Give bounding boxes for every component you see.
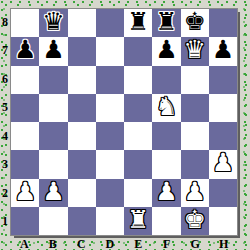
black-pawn: ♟ [155,37,177,64]
square-b2[interactable]: ♟ [39,179,67,207]
rank-label-1: 1 [0,208,10,237]
square-d8[interactable] [96,9,124,37]
chess-diagram: 87654321 ♛♜♜♚♟♟♟♛♟♞♟♟♟♟♟♜♚ ABCDEFGH [0,0,250,250]
white-knight: ♞ [155,94,177,121]
black-rook: ♜ [127,9,149,36]
rank-label-8: 8 [0,8,10,37]
rank-label-5: 5 [0,94,10,123]
white-rook: ♜ [127,207,149,234]
square-f4[interactable] [152,122,180,150]
rank-labels: 87654321 [0,8,10,236]
square-b6[interactable] [39,66,67,94]
square-a4[interactable] [11,122,39,150]
square-d2[interactable] [96,179,124,207]
white-queen: ♛ [183,37,205,64]
square-e7[interactable] [124,37,152,65]
black-pawn: ♟ [42,37,64,64]
square-g1[interactable]: ♚ [181,207,209,235]
chess-board: ♛♜♜♚♟♟♟♛♟♞♟♟♟♟♟♜♚ [10,8,238,236]
rank-label-2: 2 [0,179,10,208]
square-f8[interactable]: ♜ [152,9,180,37]
square-a2[interactable]: ♟ [11,179,39,207]
square-g8[interactable]: ♚ [181,9,209,37]
square-d4[interactable] [96,122,124,150]
square-c3[interactable] [68,150,96,178]
white-pawn: ♟ [212,150,234,177]
square-b8[interactable]: ♛ [39,9,67,37]
white-king: ♚ [183,207,205,234]
square-f1[interactable] [152,207,180,235]
file-labels: ABCDEFGH [10,237,238,250]
square-d6[interactable] [96,66,124,94]
file-label-c: C [67,237,96,250]
square-g6[interactable] [181,66,209,94]
rank-label-7: 7 [0,37,10,66]
square-e3[interactable] [124,150,152,178]
white-pawn: ♟ [42,179,64,206]
square-f3[interactable] [152,150,180,178]
square-c1[interactable] [68,207,96,235]
white-pawn: ♟ [14,179,36,206]
square-h1[interactable] [209,207,237,235]
square-e5[interactable] [124,94,152,122]
file-label-h: H [210,237,239,250]
file-label-d: D [96,237,125,250]
square-c6[interactable] [68,66,96,94]
file-label-a: A [10,237,39,250]
square-g2[interactable]: ♟ [181,179,209,207]
square-e6[interactable] [124,66,152,94]
square-a7[interactable]: ♟ [11,37,39,65]
file-label-b: B [39,237,68,250]
white-pawn: ♟ [155,179,177,206]
square-h4[interactable] [209,122,237,150]
square-h2[interactable] [209,179,237,207]
square-f5[interactable]: ♞ [152,94,180,122]
square-d3[interactable] [96,150,124,178]
square-g7[interactable]: ♛ [181,37,209,65]
square-b7[interactable]: ♟ [39,37,67,65]
black-queen: ♛ [42,9,64,36]
square-h7[interactable]: ♟ [209,37,237,65]
square-f2[interactable]: ♟ [152,179,180,207]
black-pawn: ♟ [212,37,234,64]
rank-label-3: 3 [0,151,10,180]
square-f7[interactable]: ♟ [152,37,180,65]
square-c8[interactable] [68,9,96,37]
square-e2[interactable] [124,179,152,207]
white-pawn: ♟ [183,179,205,206]
rank-label-6: 6 [0,65,10,94]
square-c5[interactable] [68,94,96,122]
black-pawn: ♟ [14,37,36,64]
square-d7[interactable] [96,37,124,65]
square-f6[interactable] [152,66,180,94]
file-label-g: G [181,237,210,250]
square-h3[interactable]: ♟ [209,150,237,178]
square-c7[interactable] [68,37,96,65]
square-c4[interactable] [68,122,96,150]
square-a3[interactable] [11,150,39,178]
square-a5[interactable] [11,94,39,122]
file-label-f: F [153,237,182,250]
square-g3[interactable] [181,150,209,178]
square-g4[interactable] [181,122,209,150]
square-c2[interactable] [68,179,96,207]
square-a6[interactable] [11,66,39,94]
square-b5[interactable] [39,94,67,122]
square-a1[interactable] [11,207,39,235]
square-e1[interactable]: ♜ [124,207,152,235]
square-h8[interactable] [209,9,237,37]
square-d1[interactable] [96,207,124,235]
square-e4[interactable] [124,122,152,150]
square-d5[interactable] [96,94,124,122]
rank-label-4: 4 [0,122,10,151]
square-h6[interactable] [209,66,237,94]
square-h5[interactable] [209,94,237,122]
file-label-e: E [124,237,153,250]
square-e8[interactable]: ♜ [124,9,152,37]
square-b4[interactable] [39,122,67,150]
square-a8[interactable] [11,9,39,37]
square-b1[interactable] [39,207,67,235]
black-rook: ♜ [155,9,177,36]
black-king: ♚ [183,9,205,36]
square-g5[interactable] [181,94,209,122]
square-b3[interactable] [39,150,67,178]
